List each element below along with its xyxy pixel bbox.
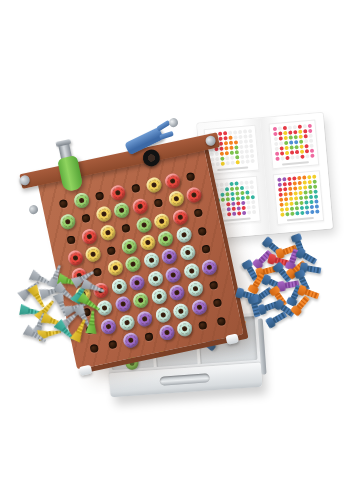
empty-dot	[309, 134, 313, 138]
pattern-dot	[288, 187, 292, 191]
empty-dot	[225, 156, 229, 160]
empty-dot	[248, 134, 252, 138]
empty-dot	[239, 145, 243, 149]
pattern-dot	[277, 178, 281, 182]
pattern-dot	[219, 152, 223, 156]
peg	[95, 205, 113, 223]
peg	[124, 256, 142, 274]
pattern-dot	[285, 156, 289, 160]
hole	[193, 208, 202, 217]
pattern-dot	[315, 204, 319, 208]
empty-dot	[245, 185, 249, 189]
peg-center-hole	[72, 255, 78, 261]
pattern-dot	[304, 144, 308, 148]
peg	[132, 292, 150, 310]
peg	[153, 212, 171, 230]
pattern-dot	[278, 183, 282, 187]
hole	[201, 244, 210, 253]
pattern-dot	[224, 146, 228, 150]
pattern-dot	[283, 182, 287, 186]
pattern-dot	[229, 146, 233, 150]
empty-dot	[214, 152, 218, 156]
hole	[144, 332, 153, 341]
peg-center-hole	[101, 211, 107, 217]
peg-center-hole	[207, 264, 213, 270]
pattern-dot	[297, 176, 301, 180]
pattern-dot	[230, 192, 234, 196]
pattern-dot	[233, 140, 237, 144]
empty-dot	[250, 185, 254, 189]
pattern-dot	[298, 191, 302, 195]
peg-center-hole	[196, 304, 202, 310]
pattern-dot	[217, 132, 221, 136]
pattern-dot	[224, 151, 228, 155]
pattern-dot	[307, 175, 311, 179]
pattern-dot	[309, 195, 313, 199]
empty-dot	[305, 154, 309, 158]
empty-dot	[275, 147, 279, 151]
pattern-dot	[288, 192, 292, 196]
pattern-dot	[293, 130, 297, 134]
pattern-dot	[231, 202, 235, 206]
pattern-dot	[289, 145, 293, 149]
pattern-dot	[298, 125, 302, 129]
peg-center-hole	[191, 192, 197, 198]
hole	[107, 246, 116, 255]
pattern-dot	[279, 136, 283, 140]
screw-head	[85, 324, 97, 334]
pattern-dot	[283, 126, 287, 130]
pattern-dot	[299, 145, 303, 149]
screw-shaft	[272, 311, 287, 323]
pattern-dot	[225, 187, 229, 191]
pattern-dot	[300, 211, 304, 215]
pattern-dot	[290, 150, 294, 154]
pattern-dot	[275, 157, 279, 161]
peg	[109, 183, 127, 201]
pattern-dot	[285, 151, 289, 155]
pattern-dot	[241, 196, 245, 200]
empty-dot	[215, 188, 219, 192]
pattern-dots-butterfly	[273, 124, 315, 161]
peg-center-hole	[156, 294, 162, 300]
pattern-dot	[300, 154, 304, 158]
peg	[201, 258, 219, 276]
pattern-dot	[288, 182, 292, 186]
screw-shaft	[307, 265, 322, 273]
pattern-dot	[289, 140, 293, 144]
pattern-dot	[235, 191, 239, 195]
screw-pile-right	[232, 240, 332, 340]
hole	[153, 198, 162, 207]
booklet-page-right	[260, 113, 333, 234]
empty-dot	[278, 126, 282, 130]
peg	[163, 172, 181, 190]
empty-dot	[210, 157, 214, 161]
peg	[128, 274, 146, 292]
hole	[197, 226, 206, 235]
peg-center-hole	[163, 236, 169, 242]
empty-dot	[247, 205, 251, 209]
empty-dot	[279, 141, 283, 145]
hole	[209, 281, 218, 290]
hole	[198, 320, 207, 329]
peg-center-hole	[105, 229, 111, 235]
pattern-dot	[235, 186, 239, 190]
pattern-dot	[278, 188, 282, 192]
empty-dot	[243, 139, 247, 143]
pattern-dot	[293, 191, 297, 195]
empty-dot	[238, 140, 242, 144]
peg	[185, 186, 203, 204]
empty-dot	[250, 159, 254, 163]
pattern-dot	[308, 180, 312, 184]
pattern-dot	[303, 185, 307, 189]
pattern-dot	[240, 191, 244, 195]
pattern-dot	[313, 180, 317, 184]
peg	[190, 298, 208, 316]
empty-dot	[247, 129, 251, 133]
pattern-dot	[226, 197, 230, 201]
peg	[113, 202, 131, 220]
pattern-dot	[304, 200, 308, 204]
pattern-dot	[284, 192, 288, 196]
pattern-dot	[294, 201, 298, 205]
rail-bolt-icon	[205, 135, 217, 147]
peg	[158, 324, 176, 342]
hole	[67, 235, 76, 244]
pattern-dot	[246, 195, 250, 199]
pattern-dot	[287, 177, 291, 181]
pattern-dot	[229, 151, 233, 155]
pattern-dot	[242, 206, 246, 210]
pattern-dot	[308, 124, 312, 128]
empty-dot	[293, 125, 297, 129]
screw-shaft	[89, 283, 105, 294]
pattern-dot	[303, 129, 307, 133]
empty-dot	[220, 188, 224, 192]
empty-dot	[247, 210, 251, 214]
hole	[131, 184, 140, 193]
hole	[216, 317, 225, 326]
board-foot	[79, 365, 93, 376]
pattern-dot	[236, 196, 240, 200]
pattern-dot	[309, 200, 313, 204]
empty-dot	[243, 134, 247, 138]
pattern-dot	[279, 193, 283, 197]
pattern-dot	[288, 130, 292, 134]
pattern-dot	[283, 187, 287, 191]
peg	[59, 213, 77, 231]
pattern-dot	[308, 185, 312, 189]
empty-dot	[244, 144, 248, 148]
peg-center-hole	[178, 308, 184, 314]
pattern-dot	[280, 207, 284, 211]
peg-center-hole	[79, 197, 85, 203]
pattern-dot	[312, 175, 316, 179]
peg-center-hole	[151, 182, 157, 188]
drawer-handle	[159, 373, 210, 385]
peg	[99, 223, 117, 241]
peg-center-hole	[134, 280, 140, 286]
pattern-dot	[299, 196, 303, 200]
pattern-dot	[232, 212, 236, 216]
pattern-dot	[273, 127, 277, 131]
empty-dot	[233, 135, 237, 139]
pattern-caption	[217, 166, 248, 171]
empty-dot	[245, 159, 249, 163]
peg-center-hole	[115, 189, 121, 195]
pattern-dot	[230, 187, 234, 191]
empty-dot	[252, 210, 256, 214]
pattern-dot	[293, 186, 297, 190]
pattern-dot	[314, 194, 318, 198]
empty-dot	[230, 156, 234, 160]
peg-center-hole	[90, 251, 96, 257]
empty-dot	[215, 162, 219, 166]
pattern-dot	[237, 206, 241, 210]
pattern-dot	[229, 182, 233, 186]
pattern-dot	[232, 207, 236, 211]
pattern-dot	[293, 181, 297, 185]
pattern-dot	[299, 135, 303, 139]
empty-dot	[249, 149, 253, 153]
empty-dot	[239, 150, 243, 154]
empty-dot	[309, 139, 313, 143]
empty-dot	[242, 129, 246, 133]
pattern-dot	[294, 135, 298, 139]
pattern-dot	[219, 147, 223, 151]
hole	[95, 191, 104, 200]
pattern-dot	[234, 181, 238, 185]
pattern-dot	[234, 145, 238, 149]
pattern-dot	[285, 212, 289, 216]
peg	[179, 244, 197, 262]
peg-center-hole	[192, 286, 198, 292]
peg	[136, 310, 154, 328]
peg	[139, 234, 157, 252]
pattern-dot	[245, 190, 249, 194]
peg	[168, 284, 186, 302]
peg-center-hole	[128, 338, 134, 344]
empty-dot	[214, 183, 218, 187]
hole	[121, 224, 130, 233]
pattern-dot	[305, 205, 309, 209]
peg-center-hole	[138, 298, 144, 304]
pattern-dot	[231, 197, 235, 201]
pattern-dot	[237, 211, 241, 215]
pattern-card-rainbow	[273, 170, 324, 225]
wood-screw	[85, 309, 98, 334]
empty-dot	[244, 180, 248, 184]
empty-dot	[295, 155, 299, 159]
peg-center-hole	[174, 290, 180, 296]
screw-shaft	[251, 302, 260, 317]
hole	[59, 199, 68, 208]
pattern-dot	[284, 197, 288, 201]
empty-dot	[245, 154, 249, 158]
pattern-dot	[308, 129, 312, 133]
pattern-dot	[225, 192, 229, 196]
peg-center-hole	[137, 204, 143, 210]
peg-center-hole	[159, 218, 165, 224]
pattern-dot	[284, 136, 288, 140]
empty-dot	[249, 180, 253, 184]
pattern-dot	[295, 211, 299, 215]
empty-dot	[216, 203, 220, 207]
pattern-dot	[304, 195, 308, 199]
pattern-dot	[290, 212, 294, 216]
pattern-dot	[289, 202, 293, 206]
board-hole	[210, 310, 232, 332]
empty-dot	[222, 208, 226, 212]
peg-center-hole	[152, 276, 158, 282]
pattern-dot	[310, 154, 314, 158]
pattern-dot	[314, 199, 318, 203]
pattern-dot	[302, 175, 306, 179]
peg	[84, 245, 102, 263]
metal-screw-icon	[168, 117, 179, 128]
empty-dot	[225, 161, 229, 165]
pattern-dot	[279, 202, 283, 206]
empty-dot	[248, 139, 252, 143]
pattern-dot	[308, 190, 312, 194]
empty-dot	[250, 190, 254, 194]
pattern-dot	[289, 197, 293, 201]
pattern-dot	[283, 131, 287, 135]
empty-dot	[210, 162, 214, 166]
peg	[186, 280, 204, 298]
pattern-dot	[310, 210, 314, 214]
pattern-dot	[299, 201, 303, 205]
empty-dot	[280, 156, 284, 160]
pattern-dot	[310, 205, 314, 209]
empty-dot	[249, 144, 253, 148]
empty-dot	[237, 130, 241, 134]
pattern-dot	[295, 150, 299, 154]
pattern-dot	[305, 149, 309, 153]
pattern-dot	[242, 211, 246, 215]
peg-center-hole	[169, 178, 175, 184]
pattern-dot	[279, 198, 283, 202]
empty-dot	[250, 154, 254, 158]
pattern-dot	[305, 210, 309, 214]
empty-dot	[274, 137, 278, 141]
pattern-dot	[300, 150, 304, 154]
peg-center-hole	[189, 268, 195, 274]
peg-center-hole	[119, 207, 125, 213]
empty-dot	[274, 142, 278, 146]
pattern-dot	[236, 201, 240, 205]
peg-center-hole	[124, 320, 130, 326]
peg	[145, 176, 163, 194]
peg	[176, 320, 194, 338]
peg-center-hole	[130, 262, 136, 268]
pattern-caption	[224, 217, 251, 221]
pattern-dot	[235, 155, 239, 159]
hole	[186, 172, 195, 181]
peg	[157, 230, 175, 248]
empty-dot	[222, 213, 226, 217]
grommet-ring-icon	[141, 148, 161, 168]
pattern-dot	[303, 180, 307, 184]
peg-center-hole	[173, 196, 179, 202]
pattern-caption	[282, 161, 309, 165]
peg-center-hole	[142, 316, 148, 322]
pattern-dot	[240, 186, 244, 190]
peg	[143, 252, 161, 270]
pattern-dot	[300, 206, 304, 210]
pattern-dot	[279, 146, 283, 150]
peg	[175, 226, 193, 244]
empty-dot	[304, 139, 308, 143]
empty-dot	[232, 130, 236, 134]
empty-dot	[230, 161, 234, 165]
pattern-dot	[295, 206, 299, 210]
side-bolt-icon	[28, 204, 39, 215]
pattern-dot	[313, 189, 317, 193]
peg-center-hole	[177, 214, 183, 220]
empty-dot	[238, 135, 242, 139]
pattern-card-animal	[203, 125, 259, 175]
pattern-dot	[226, 202, 230, 206]
pattern-dot	[227, 212, 231, 216]
empty-dot	[219, 183, 223, 187]
pattern-dot	[280, 212, 284, 216]
pattern-dot	[222, 131, 226, 135]
peg	[150, 288, 168, 306]
pattern-dot	[298, 181, 302, 185]
pattern-dot	[303, 190, 307, 194]
pattern-dot	[220, 193, 224, 197]
peg-center-hole	[145, 240, 151, 246]
pattern-dot	[299, 140, 303, 144]
empty-dot	[244, 149, 248, 153]
empty-dot	[303, 124, 307, 128]
pattern-dot	[221, 198, 225, 202]
empty-dot	[209, 152, 213, 156]
pattern-dot	[228, 141, 232, 145]
pattern-dot	[251, 195, 255, 199]
pattern-dot	[220, 157, 224, 161]
peg	[172, 302, 190, 320]
peg	[171, 208, 189, 226]
empty-dot	[252, 205, 256, 209]
pattern-dot	[284, 141, 288, 145]
peg	[161, 248, 179, 266]
pattern-dot	[294, 140, 298, 144]
peg-center-hole	[170, 272, 176, 278]
peg	[131, 198, 149, 216]
peg-center-hole	[164, 330, 170, 336]
pattern-dots-house	[214, 180, 256, 217]
empty-dot	[309, 144, 313, 148]
empty-dot	[224, 182, 228, 186]
empty-dot	[221, 203, 225, 207]
pattern-dot	[304, 134, 308, 138]
peg-center-hole	[120, 302, 126, 308]
peg-center-hole	[185, 250, 191, 256]
peg-center-hole	[65, 219, 71, 225]
hole	[81, 213, 90, 222]
peg	[146, 270, 164, 288]
pattern-dot	[298, 186, 302, 190]
peg	[183, 262, 201, 280]
empty-dot	[239, 181, 243, 185]
peg-center-hole	[160, 312, 166, 318]
empty-dot	[240, 160, 244, 164]
hole	[213, 299, 222, 308]
